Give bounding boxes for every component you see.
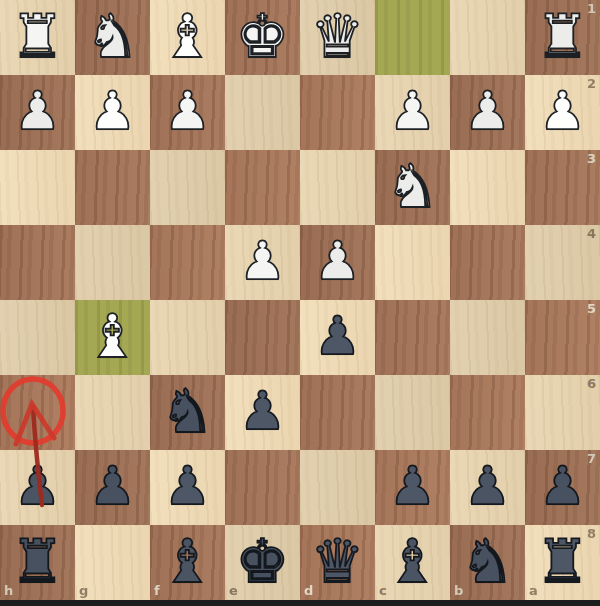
white-pawn[interactable]: ♟ bbox=[14, 84, 62, 137]
black-bishop[interactable]: ♝ bbox=[386, 531, 440, 591]
square-a6[interactable]: 6 bbox=[525, 375, 600, 450]
file-label-b: b bbox=[454, 584, 463, 597]
file-label-e: e bbox=[229, 584, 238, 597]
square-h4[interactable] bbox=[0, 225, 75, 300]
square-b6[interactable] bbox=[450, 375, 525, 450]
square-d5[interactable]: ♟ bbox=[300, 300, 375, 375]
white-queen[interactable]: ♛ bbox=[311, 6, 365, 66]
square-c8[interactable]: ♝c bbox=[375, 525, 450, 600]
square-h3[interactable] bbox=[0, 150, 75, 225]
black-king[interactable]: ♚ bbox=[236, 531, 290, 591]
square-g8[interactable]: g bbox=[75, 525, 150, 600]
square-f4[interactable] bbox=[150, 225, 225, 300]
black-rook[interactable]: ♜ bbox=[536, 531, 590, 591]
square-f3[interactable] bbox=[150, 150, 225, 225]
square-h5[interactable] bbox=[0, 300, 75, 375]
square-d4[interactable]: ♟ bbox=[300, 225, 375, 300]
square-g7[interactable]: ♟ bbox=[75, 450, 150, 525]
square-b5[interactable] bbox=[450, 300, 525, 375]
white-bishop[interactable]: ♝ bbox=[86, 306, 140, 366]
file-label-h: h bbox=[4, 584, 13, 597]
rank-label-7: 7 bbox=[587, 452, 596, 465]
white-rook[interactable]: ♜ bbox=[536, 6, 590, 66]
square-a7[interactable]: ♟7 bbox=[525, 450, 600, 525]
white-pawn[interactable]: ♟ bbox=[389, 84, 437, 137]
square-g2[interactable]: ♟ bbox=[75, 75, 150, 150]
file-label-d: d bbox=[304, 584, 313, 597]
rank-label-4: 4 bbox=[587, 227, 596, 240]
square-b3[interactable] bbox=[450, 150, 525, 225]
file-label-g: g bbox=[79, 584, 88, 597]
square-g4[interactable] bbox=[75, 225, 150, 300]
chess-app: ♜♞♝♚♛♜1♟♟♟♟♟♟2♞3♟♟4♝♟5♞♟6♟♟♟♟♟♟7♜hg♝f♚e♛… bbox=[0, 0, 600, 606]
square-g1[interactable]: ♞ bbox=[75, 0, 150, 75]
black-pawn[interactable]: ♟ bbox=[314, 309, 362, 362]
black-pawn[interactable]: ♟ bbox=[89, 459, 137, 512]
square-f6[interactable]: ♞ bbox=[150, 375, 225, 450]
rank-label-1: 1 bbox=[587, 2, 596, 15]
bottom-bar bbox=[0, 600, 600, 606]
white-king[interactable]: ♚ bbox=[236, 6, 290, 66]
black-pawn[interactable]: ♟ bbox=[464, 459, 512, 512]
square-d7[interactable] bbox=[300, 450, 375, 525]
white-pawn[interactable]: ♟ bbox=[89, 84, 137, 137]
black-pawn[interactable]: ♟ bbox=[389, 459, 437, 512]
black-pawn[interactable]: ♟ bbox=[14, 459, 62, 512]
white-rook[interactable]: ♜ bbox=[11, 6, 65, 66]
square-c7[interactable]: ♟ bbox=[375, 450, 450, 525]
chess-board: ♜♞♝♚♛♜1♟♟♟♟♟♟2♞3♟♟4♝♟5♞♟6♟♟♟♟♟♟7♜hg♝f♚e♛… bbox=[0, 0, 600, 600]
square-e3[interactable] bbox=[225, 150, 300, 225]
white-knight[interactable]: ♞ bbox=[86, 6, 140, 66]
square-c6[interactable] bbox=[375, 375, 450, 450]
square-c2[interactable]: ♟ bbox=[375, 75, 450, 150]
square-e1[interactable]: ♚ bbox=[225, 0, 300, 75]
square-d8[interactable]: ♛d bbox=[300, 525, 375, 600]
square-c1[interactable] bbox=[375, 0, 450, 75]
square-d2[interactable] bbox=[300, 75, 375, 150]
square-a2[interactable]: ♟2 bbox=[525, 75, 600, 150]
square-g3[interactable] bbox=[75, 150, 150, 225]
square-a8[interactable]: ♜8a bbox=[525, 525, 600, 600]
rank-label-5: 5 bbox=[587, 302, 596, 315]
square-f8[interactable]: ♝f bbox=[150, 525, 225, 600]
black-knight[interactable]: ♞ bbox=[161, 381, 215, 441]
white-pawn[interactable]: ♟ bbox=[164, 84, 212, 137]
white-pawn[interactable]: ♟ bbox=[239, 234, 287, 287]
square-h6[interactable] bbox=[0, 375, 75, 450]
white-pawn[interactable]: ♟ bbox=[314, 234, 362, 287]
white-pawn[interactable]: ♟ bbox=[464, 84, 512, 137]
square-e4[interactable]: ♟ bbox=[225, 225, 300, 300]
square-f7[interactable]: ♟ bbox=[150, 450, 225, 525]
square-b1[interactable] bbox=[450, 0, 525, 75]
square-g6[interactable] bbox=[75, 375, 150, 450]
square-h7[interactable]: ♟ bbox=[0, 450, 75, 525]
square-d6[interactable] bbox=[300, 375, 375, 450]
square-d1[interactable]: ♛ bbox=[300, 0, 375, 75]
square-a1[interactable]: ♜1 bbox=[525, 0, 600, 75]
square-b2[interactable]: ♟ bbox=[450, 75, 525, 150]
black-queen[interactable]: ♛ bbox=[311, 531, 365, 591]
square-h8[interactable]: ♜h bbox=[0, 525, 75, 600]
square-c5[interactable] bbox=[375, 300, 450, 375]
square-a3[interactable]: 3 bbox=[525, 150, 600, 225]
black-rook[interactable]: ♜ bbox=[11, 531, 65, 591]
black-pawn[interactable]: ♟ bbox=[239, 384, 287, 437]
square-e6[interactable]: ♟ bbox=[225, 375, 300, 450]
black-knight[interactable]: ♞ bbox=[461, 531, 515, 591]
square-b8[interactable]: ♞b bbox=[450, 525, 525, 600]
rank-label-2: 2 bbox=[587, 77, 596, 90]
square-b4[interactable] bbox=[450, 225, 525, 300]
white-bishop[interactable]: ♝ bbox=[161, 6, 215, 66]
rank-label-8: 8 bbox=[587, 527, 596, 540]
black-bishop[interactable]: ♝ bbox=[161, 531, 215, 591]
square-f1[interactable]: ♝ bbox=[150, 0, 225, 75]
square-f2[interactable]: ♟ bbox=[150, 75, 225, 150]
square-c3[interactable]: ♞ bbox=[375, 150, 450, 225]
square-f5[interactable] bbox=[150, 300, 225, 375]
square-e2[interactable] bbox=[225, 75, 300, 150]
black-pawn[interactable]: ♟ bbox=[164, 459, 212, 512]
file-label-a: a bbox=[529, 584, 538, 597]
square-e5[interactable] bbox=[225, 300, 300, 375]
square-c4[interactable] bbox=[375, 225, 450, 300]
rank-label-3: 3 bbox=[587, 152, 596, 165]
file-label-f: f bbox=[154, 584, 160, 597]
square-h2[interactable]: ♟ bbox=[0, 75, 75, 150]
white-pawn[interactable]: ♟ bbox=[539, 84, 587, 137]
square-a5[interactable]: 5 bbox=[525, 300, 600, 375]
square-a4[interactable]: 4 bbox=[525, 225, 600, 300]
white-knight[interactable]: ♞ bbox=[386, 156, 440, 216]
square-g5[interactable]: ♝ bbox=[75, 300, 150, 375]
square-e7[interactable] bbox=[225, 450, 300, 525]
rank-label-6: 6 bbox=[587, 377, 596, 390]
square-b7[interactable]: ♟ bbox=[450, 450, 525, 525]
file-label-c: c bbox=[379, 584, 387, 597]
black-pawn[interactable]: ♟ bbox=[539, 459, 587, 512]
square-h1[interactable]: ♜ bbox=[0, 0, 75, 75]
square-e8[interactable]: ♚e bbox=[225, 525, 300, 600]
square-d3[interactable] bbox=[300, 150, 375, 225]
